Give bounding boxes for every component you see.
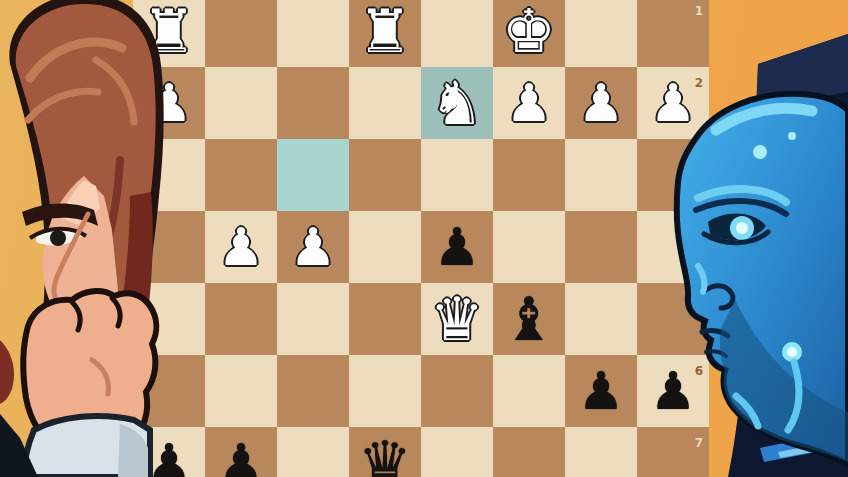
square-d6[interactable] [421,355,493,427]
human-player-illustration [0,0,175,477]
square-g4[interactable]: ♟ [205,211,277,283]
circuit-node-core [787,347,797,357]
black-bishop: ♝ [502,289,556,349]
black-pawn: ♟ [218,437,265,477]
hair-strand-left [0,340,14,404]
square-e4[interactable] [349,211,421,283]
square-b2[interactable]: ♟ [565,67,637,139]
square-f6[interactable] [277,355,349,427]
ai-computer-illustration [640,0,848,477]
square-f5[interactable] [277,283,349,355]
dome-highlight-dot [788,132,796,140]
square-g6[interactable] [205,355,277,427]
square-b1[interactable] [565,0,637,67]
white-pawn: ♟ [578,77,625,129]
square-e6[interactable] [349,355,421,427]
white-king: ♚ [502,1,556,61]
black-pawn: ♟ [434,221,481,273]
square-e2[interactable] [349,67,421,139]
square-g2[interactable] [205,67,277,139]
white-knight: ♞ [430,73,484,133]
white-rook: ♜ [358,1,412,61]
square-d2[interactable]: ♞ [421,67,493,139]
square-f7[interactable] [277,427,349,477]
square-c1[interactable]: ♚ [493,0,565,67]
square-e5[interactable] [349,283,421,355]
white-queen: ♛ [430,289,484,349]
chess-board: ♜♜♚♟♞♟♟♟♟♟♟♛♝♟♟♟♟♛1267 [133,0,709,477]
square-g7[interactable]: ♟ [205,427,277,477]
square-e3[interactable] [349,139,421,211]
square-d1[interactable] [421,0,493,67]
square-b7[interactable] [565,427,637,477]
square-g5[interactable] [205,283,277,355]
square-b3[interactable] [565,139,637,211]
black-pawn: ♟ [578,365,625,417]
square-g3[interactable] [205,139,277,211]
square-f4[interactable]: ♟ [277,211,349,283]
square-d4[interactable]: ♟ [421,211,493,283]
square-c3[interactable] [493,139,565,211]
square-d7[interactable] [421,427,493,477]
square-b5[interactable] [565,283,637,355]
square-g1[interactable] [205,0,277,67]
square-c4[interactable] [493,211,565,283]
white-pawn: ♟ [506,77,553,129]
square-f3[interactable] [277,139,349,211]
square-e1[interactable]: ♜ [349,0,421,67]
human-pupil [50,230,66,246]
dome-highlight-dot [753,145,767,159]
square-d3[interactable] [421,139,493,211]
white-pawn: ♟ [218,221,265,273]
square-e7[interactable]: ♛ [349,427,421,477]
square-c2[interactable]: ♟ [493,67,565,139]
square-f1[interactable] [277,0,349,67]
square-c6[interactable] [493,355,565,427]
square-d5[interactable]: ♛ [421,283,493,355]
square-c5[interactable]: ♝ [493,283,565,355]
black-queen: ♛ [358,433,412,477]
white-pawn: ♟ [290,221,337,273]
square-c7[interactable] [493,427,565,477]
square-b4[interactable] [565,211,637,283]
ai-iris-glow [736,222,748,234]
square-f2[interactable] [277,67,349,139]
square-b6[interactable]: ♟ [565,355,637,427]
